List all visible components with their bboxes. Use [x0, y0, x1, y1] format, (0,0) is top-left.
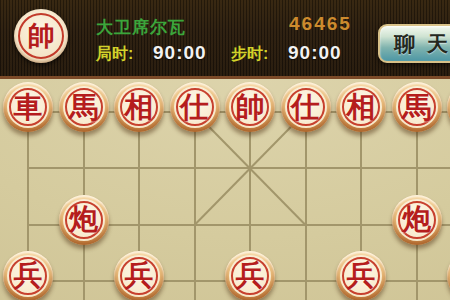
- step-time-label: 步时:: [231, 44, 268, 65]
- piece-ring: 兵: [9, 257, 47, 295]
- xiangqi-piece[interactable]: 炮: [59, 195, 109, 245]
- piece-glyph: 仕: [291, 93, 320, 122]
- xiangqi-piece[interactable]: 相: [336, 82, 386, 132]
- step-time-value: 90:00: [288, 42, 342, 64]
- xiangqi-piece[interactable]: 車: [3, 82, 53, 132]
- piece-ring: 相: [342, 88, 380, 126]
- piece-ring: 馬: [65, 88, 103, 126]
- game-time-label: 局时:: [96, 44, 133, 65]
- piece-glyph: 相: [347, 93, 376, 122]
- xiangqi-piece[interactable]: 相: [114, 82, 164, 132]
- avatar-piece-glyph: 帥: [28, 23, 55, 50]
- player-score: 46465: [289, 13, 352, 35]
- board-cell: [305, 167, 361, 223]
- piece-ring: 兵: [342, 257, 380, 295]
- opponent-avatar[interactable]: 帥: [14, 9, 68, 63]
- xiangqi-piece[interactable]: 馬: [392, 82, 442, 132]
- piece-ring: 炮: [398, 201, 436, 239]
- piece-glyph: 炮: [402, 205, 431, 234]
- xiangqi-piece[interactable]: 炮: [392, 195, 442, 245]
- game-time-value: 90:00: [153, 42, 207, 64]
- chat-button-label: 聊天: [382, 30, 450, 58]
- board-cell: [249, 167, 305, 223]
- piece-ring: 馬: [398, 88, 436, 126]
- piece-glyph: 馬: [402, 93, 431, 122]
- xiangqi-app: 車馬相仕帥仕相馬車炮炮兵兵兵兵兵 帥 大卫席尔瓦 46465 局时: 90:00…: [0, 0, 450, 300]
- piece-glyph: 兵: [14, 261, 43, 290]
- xiangqi-piece[interactable]: 兵: [225, 251, 275, 300]
- piece-glyph: 兵: [125, 261, 154, 290]
- piece-glyph: 相: [125, 93, 154, 122]
- piece-glyph: 兵: [236, 261, 265, 290]
- avatar-piece-icon: 帥: [18, 13, 64, 59]
- board-cell: [138, 167, 194, 223]
- xiangqi-piece[interactable]: 帥: [225, 82, 275, 132]
- piece-ring: 仕: [287, 88, 325, 126]
- piece-ring: 兵: [120, 257, 158, 295]
- xiangqi-piece[interactable]: 兵: [3, 251, 53, 300]
- piece-glyph: 車: [14, 93, 43, 122]
- board-cell: [416, 280, 450, 300]
- piece-glyph: 炮: [69, 205, 98, 234]
- piece-glyph: 馬: [69, 93, 98, 122]
- piece-ring: 車: [9, 88, 47, 126]
- piece-ring: 帥: [231, 88, 269, 126]
- player-name: 大卫席尔瓦: [96, 16, 186, 39]
- piece-glyph: 仕: [180, 93, 209, 122]
- piece-ring: 兵: [231, 257, 269, 295]
- chat-button[interactable]: 聊天: [378, 24, 450, 63]
- xiangqi-piece[interactable]: 兵: [336, 251, 386, 300]
- board-cell: [194, 167, 250, 223]
- xiangqi-piece[interactable]: 馬: [59, 82, 109, 132]
- piece-ring: 仕: [176, 88, 214, 126]
- xiangqi-piece[interactable]: 仕: [281, 82, 331, 132]
- xiangqi-piece[interactable]: 仕: [170, 82, 220, 132]
- piece-glyph: 帥: [236, 93, 265, 122]
- piece-glyph: 兵: [347, 261, 376, 290]
- xiangqi-piece[interactable]: 兵: [114, 251, 164, 300]
- piece-ring: 相: [120, 88, 158, 126]
- piece-ring: 炮: [65, 201, 103, 239]
